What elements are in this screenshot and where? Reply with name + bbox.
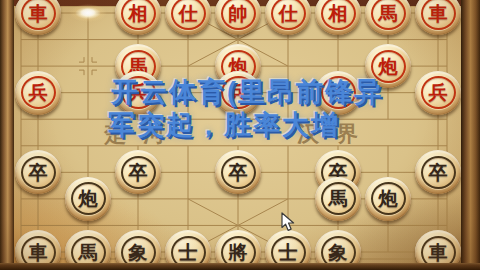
piece-ring: 仕 <box>271 0 306 30</box>
piece-ring: 炮 <box>371 182 406 215</box>
piece-glyph: 卒 <box>429 163 448 182</box>
piece-ring: 卒 <box>21 156 56 189</box>
piece-red-兵[interactable]: 兵 <box>415 71 461 115</box>
piece-glyph: 炮 <box>379 189 398 208</box>
piece-glyph: 象 <box>129 243 148 262</box>
piece-glyph: 馬 <box>379 4 398 23</box>
wood-frame-left <box>0 0 14 270</box>
piece-black-炮[interactable]: 炮 <box>65 177 111 221</box>
overlay-title-line1: 开云体育(里昂前锋异 <box>111 74 383 110</box>
overlay-title-line2: 军突起，胜率大增 <box>108 107 340 143</box>
piece-glyph: 相 <box>329 4 348 23</box>
piece-black-炮[interactable]: 炮 <box>365 177 411 221</box>
piece-ring: 仕 <box>171 0 206 30</box>
xiangqi-game-screen: 楚河 汉界 車相仕帥仕相馬車馬炮炮兵兵兵兵兵卒卒卒卒卒炮馬炮車馬象士將士象車 开… <box>0 0 480 270</box>
piece-glyph: 馬 <box>329 189 348 208</box>
piece-glyph: 車 <box>29 4 48 23</box>
piece-glyph: 兵 <box>29 83 48 102</box>
piece-glyph: 將 <box>229 243 248 262</box>
piece-glyph: 卒 <box>129 163 148 182</box>
piece-glyph: 炮 <box>379 57 398 76</box>
piece-ring: 相 <box>121 0 156 30</box>
piece-glyph: 象 <box>329 243 348 262</box>
piece-glyph: 士 <box>279 243 298 262</box>
piece-glyph: 車 <box>429 243 448 262</box>
piece-glyph: 卒 <box>229 163 248 182</box>
wood-frame-bottom <box>0 263 480 270</box>
piece-glyph: 馬 <box>79 243 98 262</box>
piece-glyph: 兵 <box>429 83 448 102</box>
piece-ring: 卒 <box>121 156 156 189</box>
piece-ring: 炮 <box>71 182 106 215</box>
piece-glyph: 仕 <box>179 4 198 23</box>
piece-red-兵[interactable]: 兵 <box>15 71 61 115</box>
piece-ring: 卒 <box>421 156 456 189</box>
piece-black-馬[interactable]: 馬 <box>315 177 361 221</box>
piece-glyph: 士 <box>179 243 198 262</box>
piece-glyph: 仕 <box>279 4 298 23</box>
piece-glyph: 炮 <box>79 189 98 208</box>
mouse-cursor-icon <box>281 212 295 232</box>
piece-ring: 相 <box>321 0 356 30</box>
piece-glyph: 帥 <box>229 4 248 23</box>
piece-glyph: 卒 <box>29 163 48 182</box>
piece-ring: 車 <box>21 0 56 30</box>
piece-ring: 馬 <box>371 0 406 30</box>
piece-glyph: 車 <box>29 243 48 262</box>
piece-ring: 車 <box>421 0 456 30</box>
wood-frame-right <box>461 0 480 270</box>
piece-glyph: 車 <box>429 4 448 23</box>
piece-glyph: 相 <box>129 4 148 23</box>
piece-ring: 兵 <box>21 76 56 109</box>
piece-ring: 馬 <box>321 182 356 215</box>
piece-ring: 帥 <box>221 0 256 30</box>
piece-ring: 兵 <box>421 76 456 109</box>
piece-ring: 卒 <box>221 156 256 189</box>
